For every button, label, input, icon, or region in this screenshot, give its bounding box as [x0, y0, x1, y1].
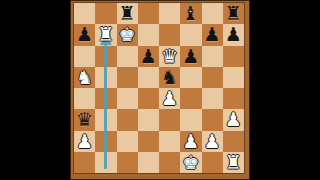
- piece-white-queen-e6[interactable]: ♛: [159, 46, 180, 67]
- piece-white-king-f1[interactable]: ♚: [180, 152, 201, 173]
- piece-black-pawn-a7[interactable]: ♟: [74, 24, 95, 45]
- piece-black-rook-c8[interactable]: ♜: [117, 3, 138, 24]
- piece-black-rook-h8[interactable]: ♜: [223, 3, 244, 24]
- piece-black-bishop-f8[interactable]: ♝: [180, 3, 201, 24]
- letterbox-right: [250, 0, 320, 180]
- piece-black-pawn-g7[interactable]: ♟: [202, 24, 223, 45]
- piece-white-pawn-h3[interactable]: ♟: [223, 109, 244, 130]
- letterbox-left: [0, 0, 70, 180]
- piece-white-pawn-e4[interactable]: ♟: [159, 88, 180, 109]
- piece-black-knight-e5[interactable]: ♞: [159, 67, 180, 88]
- piece-white-rook-h1[interactable]: ♜: [223, 152, 244, 173]
- piece-white-knight-a5[interactable]: ♞: [74, 67, 95, 88]
- piece-black-pawn-f6[interactable]: ♟: [180, 46, 201, 67]
- piece-white-pawn-f2[interactable]: ♟: [180, 131, 201, 152]
- piece-black-pawn-d6[interactable]: ♟: [138, 46, 159, 67]
- piece-white-rook-b7[interactable]: ♜: [95, 24, 116, 45]
- piece-black-queen-a3[interactable]: ♛: [74, 109, 95, 130]
- video-frame: ♜♝♜♟♜♚♟♟♟♛♟♞♞♟♛♟♟♟♟♚♜: [0, 0, 320, 180]
- piece-white-king-c7[interactable]: ♚: [117, 24, 138, 45]
- board-interior: ♜♝♜♟♜♚♟♟♟♛♟♞♞♟♛♟♟♟♟♚♜: [74, 3, 244, 173]
- piece-white-pawn-a2[interactable]: ♟: [74, 131, 95, 152]
- chess-board: ♜♝♜♟♜♚♟♟♟♛♟♞♞♟♛♟♟♟♟♚♜: [70, 0, 250, 180]
- piece-black-pawn-h7[interactable]: ♟: [223, 24, 244, 45]
- piece-white-pawn-g2[interactable]: ♟: [202, 131, 223, 152]
- pieces-layer: ♜♝♜♟♜♚♟♟♟♛♟♞♞♟♛♟♟♟♟♚♜: [74, 3, 244, 173]
